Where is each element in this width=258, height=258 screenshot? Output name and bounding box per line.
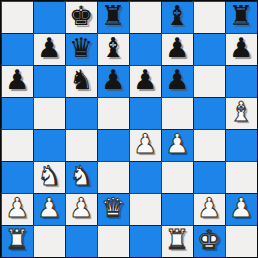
white-king: ♚ [197,225,221,256]
square-h5[interactable]: ♝ [225,97,257,129]
square-f4[interactable]: ♟ [161,129,193,161]
white-pawn: ♟ [69,193,93,224]
white-pawn: ♟ [165,129,189,160]
white-pawn: ♟ [5,193,29,224]
square-h7[interactable]: ♟ [225,33,257,65]
square-b8[interactable] [33,1,65,33]
square-a5[interactable] [1,97,33,129]
square-f1[interactable]: ♜ [161,225,193,257]
white-pawn: ♟ [37,193,61,224]
white-pawn: ♟ [133,129,157,160]
square-e8[interactable] [129,1,161,33]
square-b6[interactable] [33,65,65,97]
white-knight: ♞ [37,161,61,192]
square-a3[interactable] [1,161,33,193]
black-rook: ♜ [229,1,253,32]
square-d5[interactable] [97,97,129,129]
square-e7[interactable] [129,33,161,65]
square-c1[interactable] [65,225,97,257]
square-h3[interactable] [225,161,257,193]
square-b2[interactable]: ♟ [33,193,65,225]
white-pawn: ♟ [229,193,253,224]
black-pawn: ♟ [37,33,61,64]
square-d8[interactable]: ♜ [97,1,129,33]
square-f7[interactable]: ♟ [161,33,193,65]
square-e5[interactable] [129,97,161,129]
black-rook: ♜ [101,1,125,32]
square-e3[interactable] [129,161,161,193]
square-b1[interactable] [33,225,65,257]
square-b3[interactable]: ♞ [33,161,65,193]
square-e4[interactable]: ♟ [129,129,161,161]
square-h8[interactable]: ♜ [225,1,257,33]
square-a8[interactable] [1,1,33,33]
square-g5[interactable] [193,97,225,129]
black-queen: ♛ [69,33,93,64]
square-a2[interactable]: ♟ [1,193,33,225]
square-c7[interactable]: ♛ [65,33,97,65]
square-d7[interactable]: ♝ [97,33,129,65]
white-rook: ♜ [5,225,29,256]
square-f8[interactable]: ♝ [161,1,193,33]
black-king: ♚ [69,1,93,32]
black-pawn: ♟ [229,33,253,64]
black-bishop: ♝ [165,1,189,32]
square-f3[interactable] [161,161,193,193]
square-a4[interactable] [1,129,33,161]
square-g1[interactable]: ♚ [193,225,225,257]
square-h1[interactable] [225,225,257,257]
square-e2[interactable] [129,193,161,225]
square-e1[interactable] [129,225,161,257]
square-d6[interactable]: ♟ [97,65,129,97]
square-g3[interactable] [193,161,225,193]
square-d4[interactable] [97,129,129,161]
square-b5[interactable] [33,97,65,129]
white-rook: ♜ [165,225,189,256]
square-d1[interactable] [97,225,129,257]
square-c8[interactable]: ♚ [65,1,97,33]
square-c4[interactable] [65,129,97,161]
black-pawn: ♟ [5,65,29,96]
square-g6[interactable] [193,65,225,97]
square-c6[interactable]: ♞ [65,65,97,97]
square-c3[interactable]: ♞ [65,161,97,193]
square-g4[interactable] [193,129,225,161]
square-g7[interactable] [193,33,225,65]
white-knight: ♞ [69,161,93,192]
white-queen: ♛ [101,193,125,224]
square-h6[interactable] [225,65,257,97]
chess-board: ♚♜♝♜♟♛♝♟♟♟♞♟♟♟♝♟♟♞♞♟♟♟♛♟♟♜♜♚ [0,0,258,258]
chess-app-window: ♚♜♝♜♟♛♝♟♟♟♞♟♟♟♝♟♟♞♞♟♟♟♛♟♟♜♜♚ [0,0,258,258]
square-h2[interactable]: ♟ [225,193,257,225]
square-g8[interactable] [193,1,225,33]
black-pawn: ♟ [165,33,189,64]
square-a1[interactable]: ♜ [1,225,33,257]
square-f6[interactable]: ♟ [161,65,193,97]
square-b7[interactable]: ♟ [33,33,65,65]
square-h4[interactable] [225,129,257,161]
black-pawn: ♟ [133,65,157,96]
square-d2[interactable]: ♛ [97,193,129,225]
square-a7[interactable] [1,33,33,65]
square-c5[interactable] [65,97,97,129]
square-d3[interactable] [97,161,129,193]
square-f2[interactable] [161,193,193,225]
black-knight: ♞ [69,65,93,96]
square-e6[interactable]: ♟ [129,65,161,97]
square-c2[interactable]: ♟ [65,193,97,225]
black-bishop: ♝ [101,33,125,64]
square-f5[interactable] [161,97,193,129]
square-b4[interactable] [33,129,65,161]
square-a6[interactable]: ♟ [1,65,33,97]
black-pawn: ♟ [101,65,125,96]
white-bishop: ♝ [229,97,253,128]
white-pawn: ♟ [197,193,221,224]
black-pawn: ♟ [165,65,189,96]
square-g2[interactable]: ♟ [193,193,225,225]
